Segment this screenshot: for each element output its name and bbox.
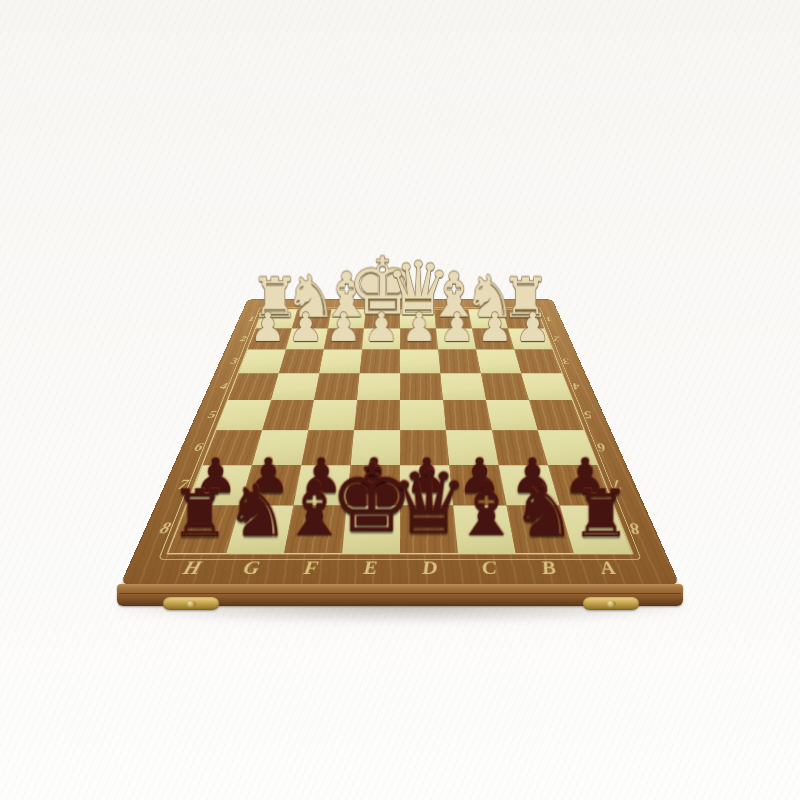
square-e6 [351, 430, 400, 465]
square-d2: ♟ [400, 328, 438, 349]
square-b4 [481, 373, 529, 400]
file-label-far-G: G [297, 300, 333, 310]
square-h1: ♜ [256, 310, 298, 329]
playing-area: ♜♞♝♚♛♝♞♜♟♟♟♟♟♟♟♟♟♟♟♟♟♟♟♟♜♞♝♚♛♝♞♜ [168, 310, 631, 553]
square-h6 [203, 430, 263, 465]
square-g3 [279, 350, 324, 374]
file-label-far-D: D [400, 300, 434, 310]
square-b1: ♞ [468, 310, 508, 329]
piece-black-pawn-h7: ♟ [193, 452, 236, 500]
left-hinge [163, 597, 219, 610]
square-b2: ♟ [472, 328, 514, 349]
piece-white-rook-a1: ♜ [501, 271, 550, 326]
file-label-near-E: E [339, 553, 400, 585]
square-d4 [400, 373, 443, 400]
square-d6 [400, 430, 449, 465]
square-g8: ♞ [226, 506, 293, 553]
left-hinge-pin [186, 600, 196, 607]
square-f5 [308, 400, 357, 430]
piece-black-pawn-d7: ♟ [405, 452, 448, 500]
square-c2: ♟ [436, 328, 476, 349]
square-c3 [438, 350, 481, 374]
square-f4 [314, 373, 360, 400]
product-photo-background: ♜♞♝♚♛♝♞♜♟♟♟♟♟♟♟♟♟♟♟♟♟♟♟♟♜♞♝♚♛♝♞♜ 11HH22G… [0, 0, 800, 800]
square-a8: ♜ [560, 506, 632, 553]
square-b5 [486, 400, 538, 430]
square-a3 [514, 350, 561, 374]
file-label-near-G: G [217, 553, 284, 585]
square-f2: ♟ [324, 328, 364, 349]
square-c4 [440, 373, 486, 400]
square-g1: ♞ [292, 310, 332, 329]
file-label-far-A: A [500, 300, 537, 310]
square-c1: ♝ [434, 310, 472, 329]
square-e8: ♚ [342, 506, 400, 553]
file-label-near-H: H [156, 553, 226, 585]
piece-black-pawn-g7: ♟ [246, 452, 289, 500]
square-f1: ♝ [328, 310, 366, 329]
square-d8: ♛ [400, 506, 458, 553]
square-g7: ♟ [240, 465, 301, 505]
square-a6 [538, 430, 598, 465]
file-label-near-A: A [574, 553, 644, 585]
right-hinge [583, 597, 639, 610]
piece-black-pawn-e7: ♟ [352, 452, 395, 500]
square-e3 [360, 350, 400, 374]
square-g4 [271, 373, 319, 400]
file-label-far-H: H [263, 300, 300, 310]
square-f3 [319, 350, 362, 374]
square-a7: ♟ [548, 465, 613, 505]
square-e7: ♟ [347, 465, 400, 505]
square-h8: ♜ [168, 506, 240, 553]
square-g5 [262, 400, 314, 430]
square-f8: ♝ [284, 506, 346, 553]
file-label-near-C: C [458, 553, 522, 585]
piece-black-pawn-b7: ♟ [510, 452, 553, 500]
square-c7: ♟ [449, 465, 506, 505]
square-a5 [529, 400, 584, 430]
file-label-near-D: D [400, 553, 461, 585]
chess-board: ♜♞♝♚♛♝♞♜♟♟♟♟♟♟♟♟♟♟♟♟♟♟♟♟♜♞♝♚♛♝♞♜ 11HH22G… [120, 299, 680, 585]
piece-black-pawn-f7: ♟ [299, 452, 342, 500]
square-d3 [400, 350, 440, 374]
perspective-scene: ♜♞♝♚♛♝♞♜♟♟♟♟♟♟♟♟♟♟♟♟♟♟♟♟♜♞♝♚♛♝♞♜ 11HH22G… [0, 0, 800, 800]
file-label-far-B: B [466, 300, 502, 310]
piece-white-rook-h1: ♜ [250, 271, 299, 326]
file-label-far-F: F [332, 300, 367, 310]
square-b8: ♞ [507, 506, 574, 553]
file-label-far-C: C [433, 300, 468, 310]
square-c5 [443, 400, 492, 430]
piece-black-pawn-a7: ♟ [563, 452, 606, 500]
square-f6 [301, 430, 354, 465]
square-c8: ♝ [453, 506, 515, 553]
file-label-near-B: B [516, 553, 583, 585]
square-e5 [354, 400, 400, 430]
square-d7: ♟ [400, 465, 453, 505]
square-h2: ♟ [248, 328, 292, 349]
square-f7: ♟ [293, 465, 350, 505]
square-g6 [252, 430, 308, 465]
square-e4 [357, 373, 400, 400]
square-g2: ♟ [286, 328, 328, 349]
square-a1: ♜ [503, 310, 545, 329]
piece-black-pawn-c7: ♟ [457, 452, 500, 500]
square-c6 [446, 430, 499, 465]
square-a2: ♟ [508, 328, 552, 349]
square-a4 [521, 373, 572, 400]
board-top-surface: ♜♞♝♚♛♝♞♜♟♟♟♟♟♟♟♟♟♟♟♟♟♟♟♟♜♞♝♚♛♝♞♜ 11HH22G… [120, 299, 680, 585]
file-label-near-F: F [278, 553, 342, 585]
board-front-edge [117, 584, 683, 606]
square-d1: ♛ [400, 310, 436, 329]
right-hinge-pin [606, 600, 616, 607]
square-e1: ♚ [364, 310, 400, 329]
file-label-far-E: E [366, 300, 400, 310]
square-d5 [400, 400, 446, 430]
square-e2: ♟ [362, 328, 400, 349]
